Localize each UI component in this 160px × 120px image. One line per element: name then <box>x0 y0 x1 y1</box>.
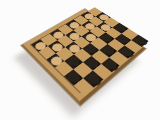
product-photo: ●●●●●●●●●●●●●●●●●●●●●●●● <box>0 0 160 120</box>
board-frame: ●●●●●●●●●●●●●●●●●●●●●●●● <box>21 9 145 106</box>
